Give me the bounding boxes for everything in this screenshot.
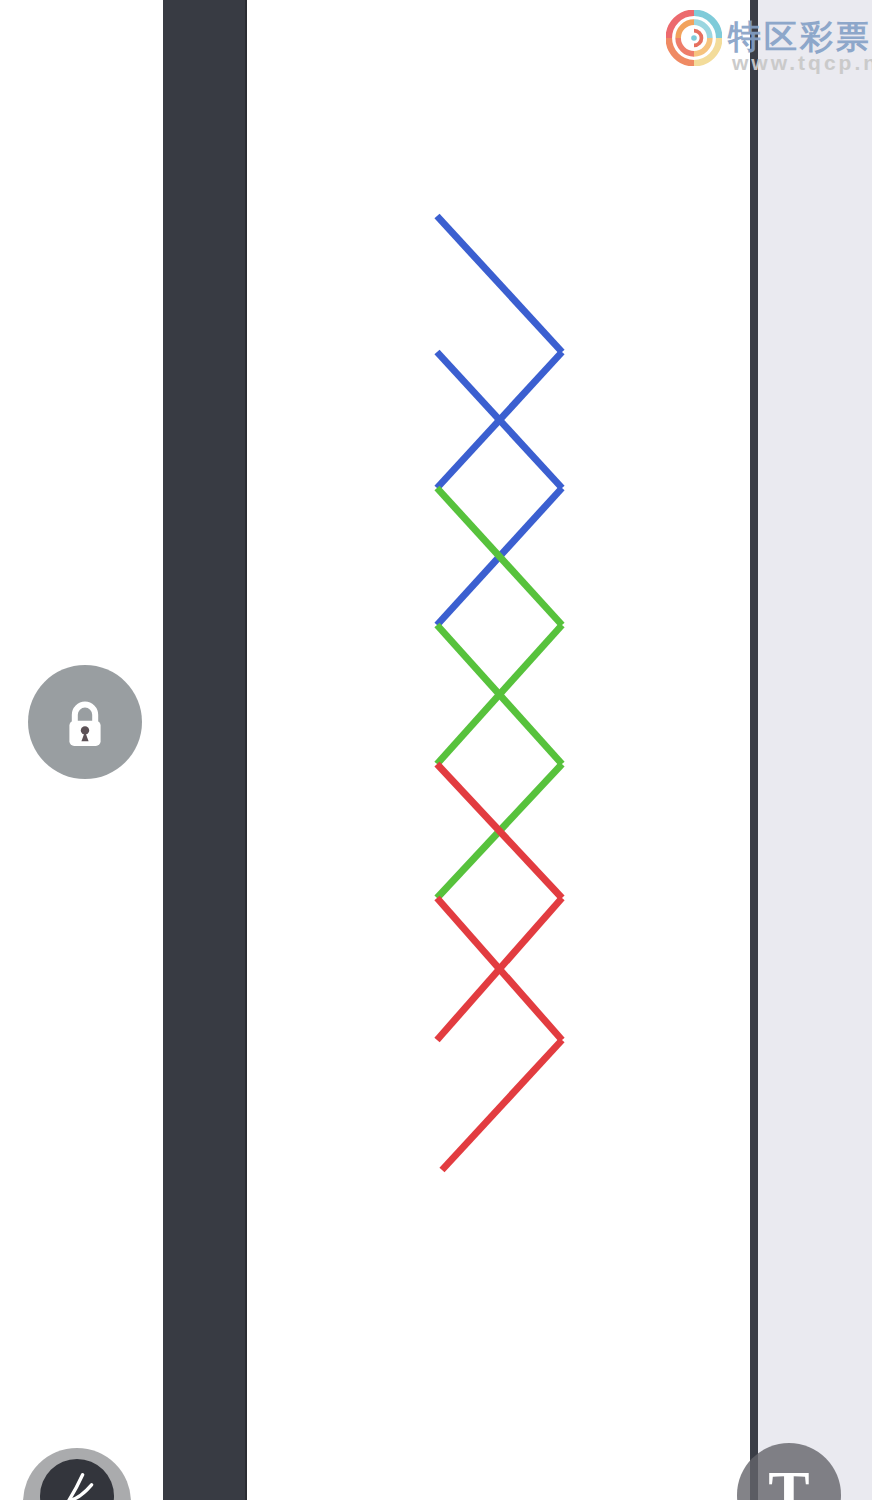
site-logo-swirl-icon xyxy=(666,10,722,66)
lottery-trend-chart: 2217407/03 日20284602217507/04 一151518922… xyxy=(0,0,872,1500)
tail-column xyxy=(758,0,872,1500)
lock-icon xyxy=(55,691,115,753)
watermark-url: www.tqcp.net xyxy=(732,52,872,73)
tail-column-divider xyxy=(750,0,758,1500)
sum-column xyxy=(163,0,247,1500)
digit-grid xyxy=(247,0,750,1500)
lock-button[interactable] xyxy=(28,665,142,779)
grid-left-border xyxy=(245,0,247,1500)
text-tool-label: T xyxy=(768,1457,809,1500)
script-k-icon xyxy=(49,1468,105,1500)
watermark-title: 特区彩票网 xyxy=(728,20,872,53)
